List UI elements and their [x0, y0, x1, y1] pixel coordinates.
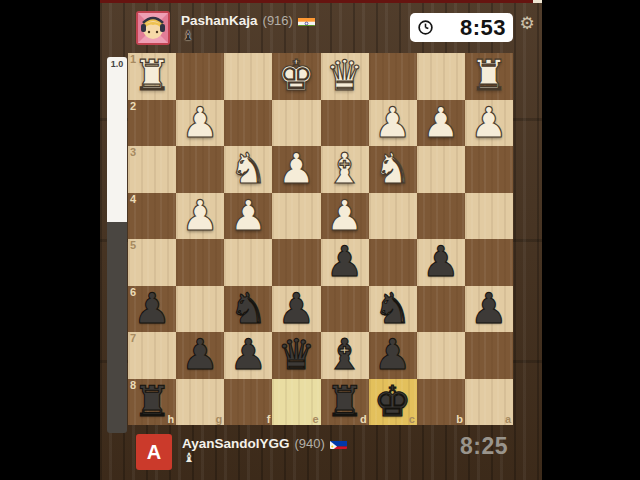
piece-black-pawn-f7[interactable]: ♟	[229, 332, 267, 378]
piece-white-pawn-c2[interactable]: ♟	[374, 100, 412, 146]
square-h2[interactable]: 2	[128, 100, 176, 147]
square-f1[interactable]	[224, 53, 272, 100]
avatar-bottom-letter: A	[147, 441, 161, 464]
square-d5[interactable]: ♟	[321, 239, 369, 286]
bottom-player-rating: (940)	[295, 436, 325, 451]
eval-value: 1.0	[107, 57, 127, 69]
square-f5[interactable]	[224, 239, 272, 286]
square-a8[interactable]: a	[465, 379, 513, 426]
top-clock-time: 8:53	[460, 15, 506, 41]
square-c4[interactable]	[369, 193, 417, 240]
square-e3[interactable]: ♟	[272, 146, 320, 193]
captured-black-bishop-icon: ♝	[182, 29, 194, 42]
file-label-b: b	[456, 413, 463, 425]
square-h3[interactable]: 3	[128, 146, 176, 193]
square-f2[interactable]	[224, 100, 272, 147]
square-c2[interactable]: ♟	[369, 100, 417, 147]
square-c3[interactable]: ♞	[369, 146, 417, 193]
square-g3[interactable]	[176, 146, 224, 193]
top-player-name: PashanKaja	[181, 13, 258, 28]
square-h6[interactable]: 6♟	[128, 286, 176, 333]
piece-black-rook-h8[interactable]: ♜	[133, 379, 171, 425]
square-e8[interactable]: e	[272, 379, 320, 426]
piece-black-pawn-g7[interactable]: ♟	[181, 332, 219, 378]
square-h7[interactable]: 7	[128, 332, 176, 379]
rank-label-7: 7	[130, 332, 136, 344]
piece-white-knight-f3[interactable]: ♞	[229, 146, 267, 192]
square-e5[interactable]	[272, 239, 320, 286]
piece-white-pawn-g4[interactable]: ♟	[181, 193, 219, 239]
square-d7[interactable]: ♝	[321, 332, 369, 379]
philippines-flag-icon	[330, 438, 347, 449]
square-a2[interactable]: ♟	[465, 100, 513, 147]
square-f8[interactable]: f	[224, 379, 272, 426]
file-label-e: e	[312, 413, 318, 425]
square-c6[interactable]: ♞	[369, 286, 417, 333]
square-b5[interactable]: ♟	[417, 239, 465, 286]
top-progress-tip	[533, 0, 542, 3]
square-g1[interactable]	[176, 53, 224, 100]
square-g2[interactable]: ♟	[176, 100, 224, 147]
file-label-a: a	[505, 413, 511, 425]
square-f3[interactable]: ♞	[224, 146, 272, 193]
square-d4[interactable]: ♟	[321, 193, 369, 240]
piece-black-pawn-c7[interactable]: ♟	[374, 332, 412, 378]
square-h1[interactable]: 1♜	[128, 53, 176, 100]
piece-white-rook-h1[interactable]: ♜	[133, 53, 171, 99]
square-c8[interactable]: c♚	[369, 379, 417, 426]
bottom-clock-time: 8:25	[460, 433, 508, 459]
eval-bar: 1.0	[107, 57, 127, 433]
file-label-g: g	[216, 413, 223, 425]
avatar-bottom-player[interactable]: A	[136, 434, 172, 470]
square-g4[interactable]: ♟	[176, 193, 224, 240]
app-screen: PashanKaja (916) ♝ 8:53 ⚙ 1.0 1♜♚♛♜2♟♟♟♟…	[0, 0, 640, 480]
square-d6[interactable]	[321, 286, 369, 333]
square-e2[interactable]	[272, 100, 320, 147]
piece-white-pawn-d4[interactable]: ♟	[326, 193, 364, 239]
piece-black-pawn-b5[interactable]: ♟	[422, 239, 460, 285]
piece-black-queen-e7[interactable]: ♛	[278, 332, 316, 378]
rank-label-5: 5	[130, 239, 136, 251]
square-d2[interactable]	[321, 100, 369, 147]
square-b2[interactable]: ♟	[417, 100, 465, 147]
piece-white-pawn-b2[interactable]: ♟	[422, 100, 460, 146]
avatar-top-player[interactable]	[136, 11, 170, 45]
piece-black-king-c8[interactable]: ♚	[374, 379, 412, 425]
chess-board: 1♜♚♛♜2♟♟♟♟3♞♟♝♞4♟♟♟5♟♟6♟♞♟♞♟7♟♟♛♝♟8h♜gfe…	[128, 53, 513, 425]
piece-black-knight-f6[interactable]: ♞	[229, 286, 267, 332]
bottom-player-info[interactable]: AyanSandolYGG (940)	[182, 436, 347, 451]
bottom-player-name: AyanSandolYGG	[182, 436, 290, 451]
top-player-clock: 8:53	[410, 13, 513, 42]
captured-white-bishop-icon: ♝	[183, 451, 195, 464]
square-c5[interactable]	[369, 239, 417, 286]
square-b4[interactable]	[417, 193, 465, 240]
square-h8[interactable]: 8h♜	[128, 379, 176, 426]
india-flag-icon	[298, 15, 315, 26]
settings-gear-icon[interactable]: ⚙	[518, 14, 536, 32]
square-b6[interactable]	[417, 286, 465, 333]
piece-black-pawn-a6[interactable]: ♟	[470, 286, 508, 332]
square-g6[interactable]	[176, 286, 224, 333]
square-a6[interactable]: ♟	[465, 286, 513, 333]
piece-white-pawn-e3[interactable]: ♟	[278, 146, 316, 192]
square-b7[interactable]	[417, 332, 465, 379]
piece-black-pawn-h6[interactable]: ♟	[133, 286, 171, 332]
top-player-info[interactable]: PashanKaja (916)	[181, 13, 315, 28]
square-c7[interactable]: ♟	[369, 332, 417, 379]
square-b1[interactable]	[417, 53, 465, 100]
top-progress-line	[100, 0, 542, 3]
square-e4[interactable]	[272, 193, 320, 240]
square-h5[interactable]: 5	[128, 239, 176, 286]
piece-black-bishop-d7[interactable]: ♝	[326, 332, 364, 378]
square-a1[interactable]: ♜	[465, 53, 513, 100]
file-label-f: f	[267, 413, 271, 425]
avatar-top-art	[136, 11, 170, 45]
piece-white-king-e1[interactable]: ♚	[278, 53, 316, 99]
piece-white-pawn-g2[interactable]: ♟	[181, 100, 219, 146]
square-d8[interactable]: d♜	[321, 379, 369, 426]
square-g7[interactable]: ♟	[176, 332, 224, 379]
square-d1[interactable]: ♛	[321, 53, 369, 100]
square-e7[interactable]: ♛	[272, 332, 320, 379]
piece-black-pawn-d5[interactable]: ♟	[326, 239, 364, 285]
piece-white-pawn-a2[interactable]: ♟	[470, 100, 508, 146]
square-e6[interactable]: ♟	[272, 286, 320, 333]
square-h4[interactable]: 4	[128, 193, 176, 240]
piece-white-rook-a1[interactable]: ♜	[470, 53, 508, 99]
square-b3[interactable]	[417, 146, 465, 193]
square-f6[interactable]: ♞	[224, 286, 272, 333]
piece-black-knight-c6[interactable]: ♞	[374, 286, 412, 332]
piece-white-bishop-d3[interactable]: ♝	[326, 146, 364, 192]
piece-black-rook-d8[interactable]: ♜	[326, 379, 364, 425]
square-g5[interactable]	[176, 239, 224, 286]
rank-label-3: 3	[130, 146, 136, 158]
bottom-player-clock: 8:25	[418, 433, 508, 460]
piece-white-knight-c3[interactable]: ♞	[374, 146, 412, 192]
rank-label-4: 4	[130, 193, 136, 205]
square-f7[interactable]: ♟	[224, 332, 272, 379]
square-a4[interactable]	[465, 193, 513, 240]
square-a5[interactable]	[465, 239, 513, 286]
square-b8[interactable]: b	[417, 379, 465, 426]
piece-white-queen-d1[interactable]: ♛	[326, 53, 364, 99]
square-g8[interactable]: g	[176, 379, 224, 426]
eval-bar-white-section: 1.0	[107, 57, 127, 222]
piece-black-pawn-e6[interactable]: ♟	[278, 286, 316, 332]
square-f4[interactable]: ♟	[224, 193, 272, 240]
piece-white-pawn-f4[interactable]: ♟	[229, 193, 267, 239]
rank-label-2: 2	[130, 100, 136, 112]
square-a7[interactable]	[465, 332, 513, 379]
square-c1[interactable]	[369, 53, 417, 100]
top-player-rating: (916)	[263, 13, 293, 28]
square-d3[interactable]: ♝	[321, 146, 369, 193]
square-e1[interactable]: ♚	[272, 53, 320, 100]
square-a3[interactable]	[465, 146, 513, 193]
clock-icon	[417, 19, 434, 36]
